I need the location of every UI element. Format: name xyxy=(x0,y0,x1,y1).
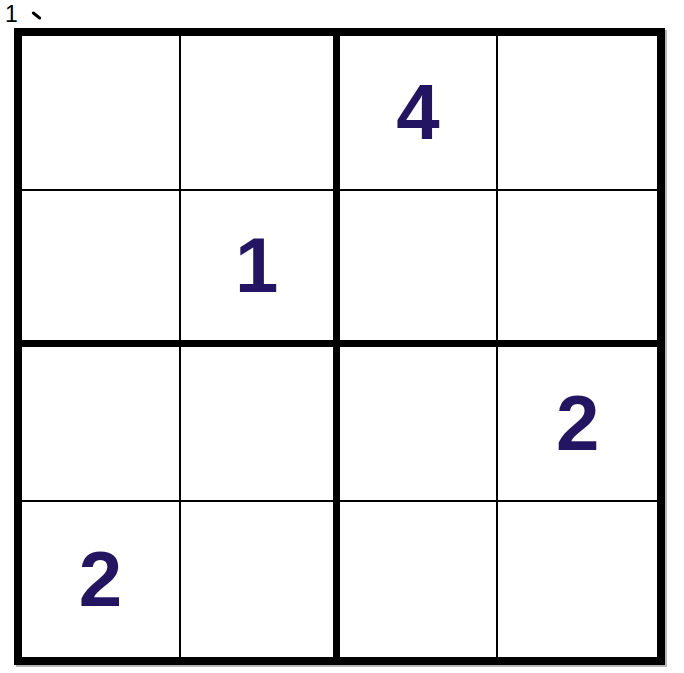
cell-r2c2: 1 xyxy=(181,191,340,346)
cell-r2c4[interactable] xyxy=(498,191,657,346)
sudoku-board: 4 1 2 2 xyxy=(14,28,665,665)
cell-r1c3: 4 xyxy=(340,36,499,191)
cell-r1c4[interactable] xyxy=(498,36,657,191)
puzzle-label: 1 xyxy=(5,1,42,27)
cell-r3c3[interactable] xyxy=(340,347,499,502)
cell-r2c3[interactable] xyxy=(340,191,499,346)
puzzle-number: 1 xyxy=(5,1,18,27)
cell-r3c4: 2 xyxy=(498,347,657,502)
cell-r4c4[interactable] xyxy=(498,502,657,657)
cell-r3c1[interactable] xyxy=(22,347,181,502)
cell-r1c1[interactable] xyxy=(22,36,181,191)
ideographic-comma-icon xyxy=(31,10,42,19)
cell-r2c1[interactable] xyxy=(22,191,181,346)
cell-r4c2[interactable] xyxy=(181,502,340,657)
cell-r3c2[interactable] xyxy=(181,347,340,502)
cell-r4c3[interactable] xyxy=(340,502,499,657)
cell-r1c2[interactable] xyxy=(181,36,340,191)
cell-r4c1: 2 xyxy=(22,502,181,657)
